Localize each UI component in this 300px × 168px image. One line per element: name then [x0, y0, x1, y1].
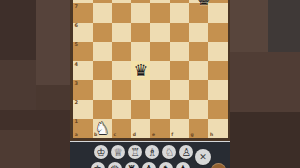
square-f7[interactable] — [170, 3, 189, 22]
square-f6[interactable] — [170, 23, 189, 42]
square-b4[interactable] — [93, 61, 112, 80]
backdrop-block — [0, 0, 36, 60]
square-h2[interactable] — [208, 100, 227, 119]
square-a3[interactable]: 3 — [73, 80, 92, 99]
rank-label-7: 7 — [74, 4, 77, 9]
black-king-tray-button[interactable]: ♚ — [91, 162, 105, 168]
board-grid: 87654♛321ab♞cdefgh — [73, 0, 227, 138]
square-a6[interactable]: 6 — [73, 23, 92, 42]
square-c5[interactable] — [112, 42, 131, 61]
black-rook-tray-button[interactable]: ♜ — [125, 162, 139, 168]
black-queen-tray-button[interactable]: ♛ — [108, 162, 122, 168]
rank-label-5: 5 — [74, 42, 77, 47]
square-g1[interactable]: g — [189, 119, 208, 138]
file-label-e: e — [152, 133, 155, 138]
chess-board[interactable]: 87654♛321ab♞cdefgh ♚ — [73, 0, 227, 138]
backdrop-block — [36, 0, 70, 85]
white-bishop-tray-button[interactable]: ♗ — [145, 145, 159, 159]
rank-label-3: 3 — [74, 81, 77, 86]
file-label-g: g — [191, 133, 194, 138]
black-bishop-tray-button[interactable]: ♝ — [142, 162, 156, 168]
black-piece-row: ♚♛♜♝♞♟ — [91, 162, 190, 168]
clear-board-button[interactable]: ✕ — [195, 149, 211, 165]
square-d5[interactable] — [131, 42, 150, 61]
file-label-c: c — [113, 133, 116, 138]
square-e2[interactable] — [150, 100, 169, 119]
board-border — [228, 0, 231, 141]
rank-label-4: 4 — [74, 62, 77, 67]
rank-label-1: 1 — [74, 119, 77, 124]
white-rook-tray-button[interactable]: ♖ — [128, 145, 142, 159]
file-label-f: f — [171, 133, 173, 138]
file-label-d: d — [133, 133, 136, 138]
square-d1[interactable]: d — [131, 119, 150, 138]
square-c7[interactable] — [112, 3, 131, 22]
white-piece-row: ♔♕♖♗♘♙ — [94, 145, 193, 159]
black-pawn-tray-button[interactable]: ♟ — [176, 162, 190, 168]
rank-label-6: 6 — [74, 23, 77, 28]
square-e6[interactable] — [150, 23, 169, 42]
black-knight-tray-button[interactable]: ♞ — [159, 162, 173, 168]
square-d3[interactable] — [131, 80, 150, 99]
square-b7[interactable] — [93, 3, 112, 22]
square-e1[interactable]: e — [150, 119, 169, 138]
square-e4[interactable] — [150, 61, 169, 80]
piece-tray: ♔♕♖♗♘♙ ♚♛♜♝♞♟ ✕ — [70, 141, 230, 168]
square-a1[interactable]: 1a — [73, 119, 92, 138]
backdrop-block — [230, 112, 300, 168]
square-f1[interactable]: f — [170, 119, 189, 138]
white-knight-piece[interactable]: ♞ — [93, 119, 112, 138]
square-e3[interactable] — [150, 80, 169, 99]
backdrop-block — [0, 130, 40, 168]
square-b5[interactable] — [93, 42, 112, 61]
square-h1[interactable]: h — [208, 119, 227, 138]
square-h4[interactable] — [208, 61, 227, 80]
rank-label-2: 2 — [74, 100, 77, 105]
file-label-h: h — [210, 133, 213, 138]
square-a2[interactable]: 2 — [73, 100, 92, 119]
chess-app-window: 87654♛321ab♞cdefgh ♚ ♔♕♖♗♘♙ ♚♛♜♝♞♟ ✕ — [70, 0, 230, 168]
square-f5[interactable] — [170, 42, 189, 61]
square-b1[interactable]: b♞ — [93, 119, 112, 138]
square-c4[interactable] — [112, 61, 131, 80]
square-e5[interactable] — [150, 42, 169, 61]
backdrop-block — [0, 60, 36, 110]
square-g6[interactable] — [189, 23, 208, 42]
screenshot-stage: 87654♛321ab♞cdefgh ♚ ♔♕♖♗♘♙ ♚♛♜♝♞♟ ✕ — [0, 0, 300, 168]
square-c6[interactable] — [112, 23, 131, 42]
square-a4[interactable]: 4 — [73, 61, 92, 80]
backdrop-block — [230, 52, 300, 112]
square-g4[interactable] — [189, 61, 208, 80]
square-f4[interactable] — [170, 61, 189, 80]
square-d7[interactable] — [131, 3, 150, 22]
square-e7[interactable] — [150, 3, 169, 22]
black-queen-piece[interactable]: ♛ — [131, 61, 150, 80]
white-queen-tray-button[interactable]: ♕ — [111, 145, 125, 159]
square-a7[interactable]: 7 — [73, 3, 92, 22]
square-c2[interactable] — [112, 100, 131, 119]
square-f2[interactable] — [170, 100, 189, 119]
square-h5[interactable] — [208, 42, 227, 61]
square-h6[interactable] — [208, 23, 227, 42]
white-knight-tray-button[interactable]: ♘ — [162, 145, 176, 159]
white-king-tray-button[interactable]: ♔ — [94, 145, 108, 159]
backdrop-block — [230, 0, 268, 52]
square-c1[interactable]: c — [112, 119, 131, 138]
square-g3[interactable] — [189, 80, 208, 99]
black-king-piece[interactable]: ♚ — [194, 0, 213, 8]
backdrop-block — [268, 0, 300, 52]
white-pawn-tray-button[interactable]: ♙ — [179, 145, 193, 159]
square-g2[interactable] — [189, 100, 208, 119]
square-b3[interactable] — [93, 80, 112, 99]
partial-button[interactable] — [211, 163, 226, 168]
square-h3[interactable] — [208, 80, 227, 99]
square-a5[interactable]: 5 — [73, 42, 92, 61]
square-g5[interactable] — [189, 42, 208, 61]
square-d4[interactable]: ♛ — [131, 61, 150, 80]
square-c3[interactable] — [112, 80, 131, 99]
square-d6[interactable] — [131, 23, 150, 42]
square-f3[interactable] — [170, 80, 189, 99]
square-b6[interactable] — [93, 23, 112, 42]
square-d2[interactable] — [131, 100, 150, 119]
square-b2[interactable] — [93, 100, 112, 119]
file-label-a: a — [75, 133, 78, 138]
